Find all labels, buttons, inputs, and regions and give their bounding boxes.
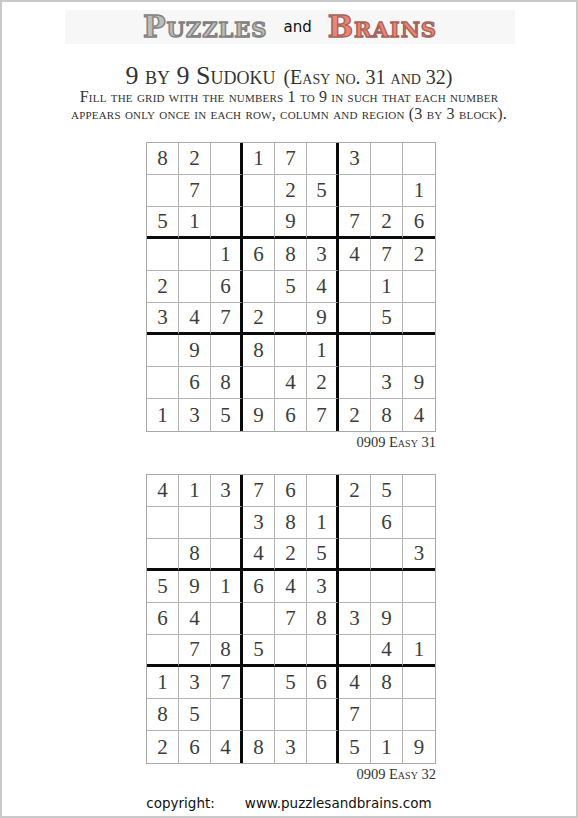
- logo-word-puzzles: Puzzles: [143, 12, 267, 42]
- page-title: 9 by 9 Sudoku (Easy no. 31 and 32): [2, 55, 576, 92]
- sudoku-cell: 5: [211, 399, 243, 431]
- sudoku-cell: 7: [371, 239, 403, 271]
- sudoku-cell: 3: [147, 303, 179, 335]
- sudoku-cell: [371, 175, 403, 207]
- website-url: www.puzzlesandbrains.com: [245, 795, 432, 811]
- sudoku-cell: [147, 635, 179, 667]
- puzzle-label-32: 0909 Easy 32: [146, 766, 436, 783]
- sudoku-cell: 9: [371, 603, 403, 635]
- sudoku-cell: 5: [339, 731, 371, 763]
- sudoku-cell: [371, 571, 403, 603]
- sudoku-cell: [147, 175, 179, 207]
- sudoku-cell: 1: [179, 475, 211, 507]
- sudoku-cell: [339, 175, 371, 207]
- sudoku-cell: [275, 303, 307, 335]
- sudoku-cell: 7: [339, 207, 371, 239]
- logo-word-and: and: [283, 18, 311, 36]
- sudoku-cell: 4: [147, 475, 179, 507]
- sudoku-cell: 1: [147, 667, 179, 699]
- sudoku-cell: [243, 367, 275, 399]
- sudoku-cell: 3: [339, 603, 371, 635]
- page: Puzzles and Brains 9 by 9 Sudoku (Easy n…: [0, 0, 578, 818]
- sudoku-cell: 7: [339, 699, 371, 731]
- sudoku-cell: 1: [243, 143, 275, 175]
- sudoku-cell: [403, 303, 435, 335]
- sudoku-cell: [179, 507, 211, 539]
- sudoku-cell: 6: [179, 367, 211, 399]
- sudoku-cell: 5: [371, 303, 403, 335]
- sudoku-cell: 3: [307, 239, 339, 271]
- sudoku-cell: [243, 271, 275, 303]
- sudoku-cell: [179, 271, 211, 303]
- sudoku-cell: [307, 143, 339, 175]
- sudoku-cell: 6: [275, 475, 307, 507]
- sudoku-cell: 3: [211, 475, 243, 507]
- instructions-line-2: appears only once in each row, column an…: [71, 105, 507, 122]
- sudoku-cell: 8: [179, 539, 211, 571]
- logo-word-brains: Brains: [328, 12, 437, 42]
- sudoku-cell: 8: [307, 603, 339, 635]
- sudoku-cell: 8: [371, 667, 403, 699]
- sudoku-cell: [371, 143, 403, 175]
- sudoku-cell: [307, 635, 339, 667]
- sudoku-cell: [275, 699, 307, 731]
- sudoku-grid-32: 4137625381684253591643647839785411375648…: [146, 474, 436, 764]
- sudoku-cell: [147, 367, 179, 399]
- sudoku-cell: 5: [179, 699, 211, 731]
- sudoku-cell: 1: [371, 731, 403, 763]
- sudoku-cell: 2: [339, 475, 371, 507]
- sudoku-cell: 8: [275, 507, 307, 539]
- sudoku-cell: 6: [275, 399, 307, 431]
- sudoku-cell: 2: [179, 143, 211, 175]
- sudoku-cell: [243, 175, 275, 207]
- sudoku-cell: [211, 335, 243, 367]
- sudoku-cell: 8: [243, 731, 275, 763]
- sudoku-cell: 5: [275, 667, 307, 699]
- sudoku-cell: 7: [275, 603, 307, 635]
- sudoku-cell: 7: [179, 175, 211, 207]
- sudoku-cell: 9: [307, 303, 339, 335]
- sudoku-cell: 4: [179, 303, 211, 335]
- sudoku-cell: 9: [403, 367, 435, 399]
- sudoku-cell: [339, 367, 371, 399]
- sudoku-cell: 2: [307, 367, 339, 399]
- sudoku-cell: [403, 667, 435, 699]
- sudoku-cell: 6: [243, 571, 275, 603]
- sudoku-cell: 5: [307, 539, 339, 571]
- sudoku-cell: 2: [147, 731, 179, 763]
- sudoku-cell: [243, 699, 275, 731]
- puzzle-31-section: 8217372515197261683472265413472959816842…: [146, 142, 436, 451]
- sudoku-cell: 6: [371, 507, 403, 539]
- sudoku-cell: 9: [179, 335, 211, 367]
- sudoku-cell: [307, 207, 339, 239]
- sudoku-cell: [403, 475, 435, 507]
- instructions-line-1: Fill the grid with the numbers 1 to 9 in…: [80, 88, 498, 105]
- puzzle-32-section: 4137625381684253591643647839785411375648…: [146, 474, 436, 783]
- sudoku-cell: 4: [307, 271, 339, 303]
- sudoku-cell: 9: [243, 399, 275, 431]
- sudoku-cell: 2: [339, 399, 371, 431]
- sudoku-cell: 7: [307, 399, 339, 431]
- sudoku-cell: 1: [403, 175, 435, 207]
- sudoku-cell: [339, 507, 371, 539]
- sudoku-cell: 5: [307, 175, 339, 207]
- sudoku-cell: [211, 143, 243, 175]
- sudoku-cell: 6: [211, 271, 243, 303]
- sudoku-cell: 3: [275, 731, 307, 763]
- sudoku-cell: 1: [147, 399, 179, 431]
- sudoku-cell: [403, 143, 435, 175]
- sudoku-cell: [371, 539, 403, 571]
- sudoku-cell: 3: [179, 399, 211, 431]
- instructions: Fill the grid with the numbers 1 to 9 in…: [2, 88, 576, 122]
- sudoku-cell: 6: [147, 603, 179, 635]
- sudoku-cell: 8: [211, 367, 243, 399]
- sudoku-cell: 7: [243, 475, 275, 507]
- sudoku-cell: 1: [307, 507, 339, 539]
- sudoku-cell: [339, 303, 371, 335]
- sudoku-cell: [339, 539, 371, 571]
- sudoku-cell: 1: [179, 207, 211, 239]
- sudoku-cell: [339, 335, 371, 367]
- sudoku-cell: [211, 539, 243, 571]
- sudoku-cell: [339, 571, 371, 603]
- sudoku-cell: [243, 603, 275, 635]
- sudoku-cell: 3: [371, 367, 403, 399]
- sudoku-cell: [147, 507, 179, 539]
- sudoku-cell: 7: [179, 635, 211, 667]
- sudoku-cell: 5: [371, 475, 403, 507]
- sudoku-cell: 1: [371, 271, 403, 303]
- sudoku-cell: [403, 507, 435, 539]
- sudoku-cell: 4: [179, 603, 211, 635]
- sudoku-cell: 6: [403, 207, 435, 239]
- sudoku-cell: 5: [243, 635, 275, 667]
- sudoku-cell: 5: [147, 571, 179, 603]
- sudoku-cell: 7: [275, 143, 307, 175]
- sudoku-cell: [403, 335, 435, 367]
- sudoku-cell: 1: [211, 239, 243, 271]
- sudoku-cell: [147, 239, 179, 271]
- sudoku-cell: 8: [371, 399, 403, 431]
- sudoku-cell: [371, 699, 403, 731]
- sudoku-cell: 8: [147, 143, 179, 175]
- sudoku-cell: [403, 699, 435, 731]
- sudoku-cell: [307, 699, 339, 731]
- sudoku-cell: 1: [403, 635, 435, 667]
- sudoku-cell: 8: [147, 699, 179, 731]
- sudoku-cell: 1: [211, 571, 243, 603]
- sudoku-cell: 5: [275, 271, 307, 303]
- sudoku-cell: [339, 271, 371, 303]
- sudoku-cell: 2: [403, 239, 435, 271]
- sudoku-cell: [275, 635, 307, 667]
- sudoku-cell: 6: [179, 731, 211, 763]
- sudoku-cell: 6: [307, 667, 339, 699]
- sudoku-cell: 8: [243, 335, 275, 367]
- sudoku-cell: 4: [403, 399, 435, 431]
- sudoku-cell: 4: [275, 367, 307, 399]
- sudoku-cell: [211, 507, 243, 539]
- sudoku-grid-31: 8217372515197261683472265413472959816842…: [146, 142, 436, 432]
- sudoku-cell: 9: [275, 207, 307, 239]
- sudoku-cell: [211, 175, 243, 207]
- sudoku-cell: [243, 667, 275, 699]
- puzzle-label-31: 0909 Easy 31: [146, 434, 436, 451]
- title-main: 9 by 9 Sudoku: [125, 61, 275, 90]
- sudoku-cell: 4: [371, 635, 403, 667]
- sudoku-cell: 3: [339, 143, 371, 175]
- sudoku-cell: 5: [147, 207, 179, 239]
- sudoku-cell: [403, 603, 435, 635]
- footer: copyright:www.puzzlesandbrains.com: [2, 795, 576, 811]
- sudoku-cell: 6: [243, 239, 275, 271]
- sudoku-cell: [307, 475, 339, 507]
- sudoku-cell: 7: [211, 667, 243, 699]
- sudoku-cell: [147, 335, 179, 367]
- sudoku-cell: [211, 699, 243, 731]
- sudoku-cell: 2: [147, 271, 179, 303]
- sudoku-cell: 9: [179, 571, 211, 603]
- sudoku-cell: 8: [275, 239, 307, 271]
- sudoku-cell: 4: [275, 571, 307, 603]
- sudoku-cell: [339, 635, 371, 667]
- sudoku-cell: 9: [403, 731, 435, 763]
- sudoku-cell: [371, 335, 403, 367]
- sudoku-cell: 4: [339, 667, 371, 699]
- sudoku-cell: [243, 207, 275, 239]
- sudoku-cell: 4: [339, 239, 371, 271]
- sudoku-cell: [307, 731, 339, 763]
- sudoku-cell: [147, 539, 179, 571]
- sudoku-cell: [403, 571, 435, 603]
- copyright-label: copyright:: [146, 795, 215, 811]
- sudoku-cell: 3: [243, 507, 275, 539]
- sudoku-cell: 2: [275, 175, 307, 207]
- sudoku-cell: 1: [307, 335, 339, 367]
- sudoku-cell: 2: [275, 539, 307, 571]
- title-sub: (Easy no. 31 and 32): [283, 66, 452, 88]
- logo-bar: Puzzles and Brains: [65, 10, 515, 44]
- sudoku-cell: [179, 239, 211, 271]
- sudoku-cell: [211, 603, 243, 635]
- sudoku-cell: [403, 271, 435, 303]
- sudoku-cell: 7: [211, 303, 243, 335]
- sudoku-cell: 2: [243, 303, 275, 335]
- sudoku-cell: 2: [371, 207, 403, 239]
- sudoku-cell: 8: [211, 635, 243, 667]
- sudoku-cell: 4: [243, 539, 275, 571]
- sudoku-cell: 3: [179, 667, 211, 699]
- sudoku-cell: 3: [403, 539, 435, 571]
- sudoku-cell: 4: [211, 731, 243, 763]
- sudoku-cell: [211, 207, 243, 239]
- sudoku-cell: [275, 335, 307, 367]
- sudoku-cell: 3: [307, 571, 339, 603]
